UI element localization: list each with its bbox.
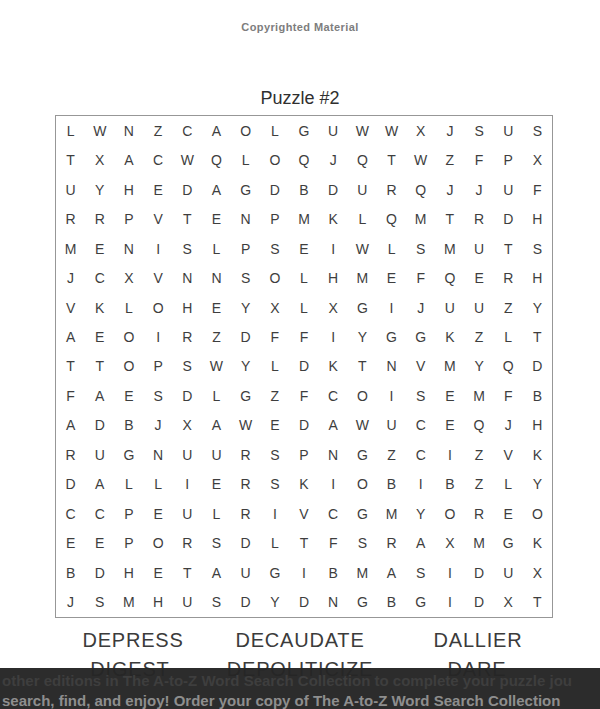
grid-cell: F <box>260 322 289 351</box>
grid-cell: M <box>348 558 377 587</box>
grid-cell: C <box>319 499 348 528</box>
grid-cell: R <box>56 440 85 469</box>
grid-cell: Z <box>144 116 173 145</box>
grid-cell: N <box>231 204 260 233</box>
grid-cell: J <box>494 411 523 440</box>
grid-cell: E <box>114 381 143 410</box>
grid-cell: L <box>494 470 523 499</box>
grid-cell: G <box>406 588 435 617</box>
grid-cell: A <box>114 145 143 174</box>
grid-cell: U <box>494 116 523 145</box>
grid-cell: T <box>173 204 202 233</box>
grid-cell: W <box>231 411 260 440</box>
grid-cell: F <box>523 175 552 204</box>
grid-cell: L <box>202 381 231 410</box>
grid-cell: H <box>319 263 348 292</box>
grid-cell: E <box>289 234 318 263</box>
grid-cell: L <box>289 263 318 292</box>
grid-cell: O <box>435 499 464 528</box>
grid-cell: S <box>231 263 260 292</box>
grid-cell: U <box>494 175 523 204</box>
grid-cell: L <box>231 145 260 174</box>
grid-cell: X <box>85 145 114 174</box>
grid-cell: M <box>464 529 493 558</box>
grid-cell: K <box>435 322 464 351</box>
grid-cell: J <box>464 175 493 204</box>
grid-cell: U <box>435 293 464 322</box>
grid-cell: R <box>377 175 406 204</box>
grid-cell: B <box>435 470 464 499</box>
grid-cell: X <box>114 263 143 292</box>
grid-cell: R <box>494 263 523 292</box>
grid-cell: D <box>289 411 318 440</box>
grid-cell: Q <box>348 145 377 174</box>
grid-cell: C <box>85 499 114 528</box>
grid-cell: Y <box>523 293 552 322</box>
grid-cell: N <box>144 440 173 469</box>
grid-cell: G <box>231 381 260 410</box>
grid-cell: O <box>144 529 173 558</box>
grid-cell: Q <box>377 204 406 233</box>
grid-cell: O <box>231 116 260 145</box>
grid-cell: W <box>85 116 114 145</box>
grid-cell: X <box>494 588 523 617</box>
grid-cell: Y <box>406 499 435 528</box>
grid-cell: C <box>85 263 114 292</box>
grid-cell: G <box>231 175 260 204</box>
grid-cell: E <box>85 322 114 351</box>
grid-cell: J <box>144 411 173 440</box>
grid-cell: K <box>319 204 348 233</box>
grid-cell: X <box>523 558 552 587</box>
grid-cell: I <box>144 322 173 351</box>
grid-cell: S <box>523 234 552 263</box>
grid-cell: U <box>494 558 523 587</box>
grid-cell: U <box>348 175 377 204</box>
grid-cell: J <box>56 263 85 292</box>
grid-cell: Y <box>85 175 114 204</box>
grid-cell: W <box>348 116 377 145</box>
grid-cell: T <box>523 588 552 617</box>
grid-cell: Q <box>435 263 464 292</box>
grid-cell: I <box>406 470 435 499</box>
grid-cell: E <box>464 263 493 292</box>
grid-cell: S <box>260 470 289 499</box>
grid-cell: N <box>202 263 231 292</box>
grid-cell: D <box>173 381 202 410</box>
grid-cell: I <box>319 470 348 499</box>
grid-cell: D <box>464 588 493 617</box>
grid-cell: U <box>56 175 85 204</box>
grid-cell: Q <box>464 411 493 440</box>
grid-cell: Q <box>494 352 523 381</box>
grid-cell: C <box>173 116 202 145</box>
grid-cell: A <box>202 558 231 587</box>
grid-cell: A <box>202 175 231 204</box>
grid-cell: B <box>523 381 552 410</box>
grid-cell: R <box>377 529 406 558</box>
grid-cell: E <box>144 499 173 528</box>
grid-cell: C <box>144 145 173 174</box>
grid-cell: B <box>319 558 348 587</box>
word-list-item: DALLIER <box>434 629 523 652</box>
grid-cell: S <box>173 234 202 263</box>
grid-cell: Y <box>523 470 552 499</box>
grid-cell: G <box>406 322 435 351</box>
grid-cell: T <box>289 529 318 558</box>
grid-cell: G <box>494 529 523 558</box>
grid-cell: O <box>260 263 289 292</box>
word-search-grid: LWNZCAOLGUWWXJSUSTXACWQLOQJQTWZFPXUYHEDA… <box>55 115 553 618</box>
grid-cell: O <box>348 381 377 410</box>
grid-cell: D <box>173 175 202 204</box>
grid-cell: A <box>85 470 114 499</box>
grid-cell: D <box>231 322 260 351</box>
grid-cell: U <box>85 440 114 469</box>
grid-cell: R <box>464 204 493 233</box>
grid-cell: I <box>435 588 464 617</box>
grid-cell: L <box>56 116 85 145</box>
grid-cell: H <box>523 204 552 233</box>
grid-cell: X <box>319 293 348 322</box>
grid-cell: Y <box>231 352 260 381</box>
grid-cell: C <box>56 499 85 528</box>
grid-cell: L <box>144 470 173 499</box>
grid-cell: U <box>464 293 493 322</box>
grid-cell: T <box>85 352 114 381</box>
grid-cell: S <box>144 381 173 410</box>
grid-cell: Q <box>406 175 435 204</box>
grid-cell: L <box>260 116 289 145</box>
grid-cell: D <box>260 175 289 204</box>
grid-cell: P <box>231 234 260 263</box>
grid-cell: S <box>406 381 435 410</box>
grid-cell: Y <box>464 352 493 381</box>
grid-cell: T <box>56 352 85 381</box>
grid-cell: U <box>231 558 260 587</box>
grid-cell: I <box>144 234 173 263</box>
grid-cell: H <box>144 588 173 617</box>
grid-cell: C <box>406 411 435 440</box>
grid-cell: R <box>231 499 260 528</box>
grid-cell: H <box>114 175 143 204</box>
grid-cell: S <box>464 116 493 145</box>
grid-cell: T <box>173 558 202 587</box>
grid-cell: O <box>348 470 377 499</box>
grid-cell: Z <box>464 470 493 499</box>
promo-banner: other editions in The A-to-Z Word Search… <box>0 668 600 709</box>
grid-cell: K <box>523 440 552 469</box>
grid-cell: F <box>494 381 523 410</box>
grid-cell: R <box>231 470 260 499</box>
grid-cell: V <box>289 499 318 528</box>
grid-cell: D <box>85 558 114 587</box>
grid-cell: M <box>406 204 435 233</box>
grid-cell: D <box>289 352 318 381</box>
grid-cell: Z <box>435 145 464 174</box>
grid-cell: N <box>377 352 406 381</box>
grid-cell: Z <box>260 381 289 410</box>
grid-cell: F <box>56 381 85 410</box>
grid-cell: X <box>523 145 552 174</box>
grid-cell: R <box>85 204 114 233</box>
grid-cell: A <box>85 381 114 410</box>
grid-cell: D <box>289 588 318 617</box>
grid-cell: O <box>114 322 143 351</box>
grid-cell: Y <box>260 588 289 617</box>
grid-cell: U <box>202 440 231 469</box>
grid-cell: L <box>289 293 318 322</box>
grid-cell: R <box>464 499 493 528</box>
grid-cell: Z <box>202 322 231 351</box>
grid-cell: L <box>202 234 231 263</box>
grid-cell: W <box>348 411 377 440</box>
grid-cell: P <box>114 499 143 528</box>
grid-cell: W <box>173 145 202 174</box>
grid-cell: G <box>289 116 318 145</box>
grid-cell: O <box>144 293 173 322</box>
grid-cell: I <box>435 440 464 469</box>
grid-cell: Z <box>464 322 493 351</box>
grid-cell: V <box>56 293 85 322</box>
grid-cell: E <box>85 234 114 263</box>
grid-cell: Y <box>231 293 260 322</box>
grid-cell: I <box>319 322 348 351</box>
grid-cell: E <box>494 499 523 528</box>
grid-cell: E <box>435 411 464 440</box>
grid-cell: G <box>114 440 143 469</box>
grid-cell: A <box>377 558 406 587</box>
grid-cell: P <box>114 529 143 558</box>
grid-cell: R <box>231 440 260 469</box>
grid-cell: I <box>260 499 289 528</box>
grid-cell: J <box>435 175 464 204</box>
grid-cell: M <box>114 588 143 617</box>
grid-cell: J <box>319 145 348 174</box>
grid-cell: M <box>348 263 377 292</box>
word-list-item: DECAUDATE <box>235 629 364 652</box>
grid-cell: G <box>260 558 289 587</box>
grid-cell: U <box>319 116 348 145</box>
grid-cell: B <box>377 588 406 617</box>
grid-cell: M <box>435 234 464 263</box>
grid-cell: P <box>144 352 173 381</box>
grid-cell: E <box>202 470 231 499</box>
grid-cell: L <box>377 234 406 263</box>
grid-cell: K <box>319 352 348 381</box>
grid-cell: O <box>523 499 552 528</box>
grid-cell: A <box>56 322 85 351</box>
grid-cell: A <box>202 411 231 440</box>
word-list-item: DEPRESS <box>82 629 183 652</box>
puzzle-title: Puzzle #2 <box>0 88 600 109</box>
grid-cell: N <box>319 588 348 617</box>
grid-cell: D <box>464 558 493 587</box>
grid-cell: I <box>377 293 406 322</box>
grid-cell: L <box>202 499 231 528</box>
grid-cell: Z <box>464 440 493 469</box>
grid-cell: L <box>348 204 377 233</box>
grid-cell: Q <box>289 145 318 174</box>
grid-cell: P <box>494 145 523 174</box>
grid-cell: G <box>348 293 377 322</box>
grid-cell: C <box>406 440 435 469</box>
grid-cell: D <box>231 529 260 558</box>
grid-cell: J <box>406 293 435 322</box>
grid-cell: S <box>260 234 289 263</box>
grid-cell: R <box>173 529 202 558</box>
grid-cell: A <box>202 116 231 145</box>
grid-cell: B <box>114 411 143 440</box>
grid-cell: T <box>523 322 552 351</box>
grid-cell: S <box>406 234 435 263</box>
grid-cell: S <box>523 116 552 145</box>
grid-cell: E <box>144 558 173 587</box>
grid-cell: H <box>173 293 202 322</box>
grid-cell: A <box>406 529 435 558</box>
grid-cell: B <box>377 470 406 499</box>
grid-cell: F <box>464 145 493 174</box>
grid-cell: D <box>494 204 523 233</box>
grid-cell: U <box>173 499 202 528</box>
grid-cell: M <box>56 234 85 263</box>
grid-cell: J <box>56 588 85 617</box>
grid-cell: A <box>56 411 85 440</box>
grid-cell: W <box>406 145 435 174</box>
grid-cell: L <box>114 470 143 499</box>
grid-cell: E <box>377 263 406 292</box>
grid-cell: U <box>173 588 202 617</box>
grid-cell: Y <box>348 322 377 351</box>
grid-cell: S <box>202 529 231 558</box>
grid-cell: T <box>494 234 523 263</box>
grid-cell: E <box>144 175 173 204</box>
grid-cell: H <box>523 263 552 292</box>
grid-cell: N <box>114 234 143 263</box>
grid-cell: E <box>260 411 289 440</box>
grid-cell: D <box>523 352 552 381</box>
grid-cell: D <box>56 470 85 499</box>
grid-cell: U <box>377 411 406 440</box>
grid-cell: Q <box>202 145 231 174</box>
grid-cell: X <box>173 411 202 440</box>
grid-cell: E <box>202 204 231 233</box>
grid-cell: M <box>435 352 464 381</box>
grid-cell: K <box>523 529 552 558</box>
grid-cell: A <box>319 411 348 440</box>
grid-cell: F <box>406 263 435 292</box>
grid-cell: L <box>114 293 143 322</box>
grid-cell: T <box>56 145 85 174</box>
grid-cell: Z <box>494 293 523 322</box>
grid-cell: T <box>377 145 406 174</box>
grid-cell: N <box>114 116 143 145</box>
grid-cell: E <box>56 529 85 558</box>
grid-cell: I <box>377 381 406 410</box>
grid-cell: I <box>173 470 202 499</box>
grid-cell: M <box>289 204 318 233</box>
grid-cell: P <box>260 204 289 233</box>
grid-cell: V <box>406 352 435 381</box>
grid-cell: V <box>494 440 523 469</box>
grid-cell: G <box>377 322 406 351</box>
grid-cell: G <box>348 440 377 469</box>
grid-cell: K <box>289 470 318 499</box>
grid-cell: T <box>348 352 377 381</box>
grid-cell: X <box>406 116 435 145</box>
grid-cell: E <box>202 293 231 322</box>
grid-cell: L <box>260 352 289 381</box>
grid-cell: I <box>319 234 348 263</box>
grid-cell: B <box>56 558 85 587</box>
grid-cell: F <box>289 322 318 351</box>
grid-cell: S <box>202 588 231 617</box>
grid-cell: E <box>85 529 114 558</box>
grid-cell: C <box>319 381 348 410</box>
grid-cell: S <box>406 558 435 587</box>
grid-cell: O <box>260 145 289 174</box>
grid-cell: W <box>348 234 377 263</box>
grid-cell: H <box>523 411 552 440</box>
grid-cell: Z <box>377 440 406 469</box>
grid-cell: N <box>173 263 202 292</box>
grid-cell: M <box>464 381 493 410</box>
grid-cell: N <box>319 440 348 469</box>
grid-cell: V <box>144 263 173 292</box>
grid-cell: I <box>435 558 464 587</box>
grid-cell: U <box>173 440 202 469</box>
grid-cell: W <box>377 116 406 145</box>
grid-cell: O <box>114 352 143 381</box>
grid-cell: D <box>231 588 260 617</box>
grid-cell: T <box>435 204 464 233</box>
grid-cell: L <box>260 529 289 558</box>
grid-cell: P <box>114 204 143 233</box>
grid-cell: D <box>85 411 114 440</box>
grid-cell: R <box>56 204 85 233</box>
grid-cell: X <box>260 293 289 322</box>
grid-cell: G <box>348 588 377 617</box>
grid-cell: W <box>202 352 231 381</box>
grid-cell: S <box>85 588 114 617</box>
promo-banner-line-1: other editions in The A-to-Z Word Search… <box>2 673 600 688</box>
grid-cell: K <box>85 293 114 322</box>
grid-cell: B <box>289 175 318 204</box>
grid-cell: U <box>464 234 493 263</box>
grid-cell: S <box>260 440 289 469</box>
grid-cell: X <box>435 529 464 558</box>
grid-cell: F <box>319 529 348 558</box>
grid-cell: H <box>114 558 143 587</box>
grid-cell: M <box>377 499 406 528</box>
grid-cell: V <box>144 204 173 233</box>
grid-cell: F <box>289 381 318 410</box>
grid-cell: S <box>348 529 377 558</box>
grid-cell: P <box>289 440 318 469</box>
promo-banner-line-2: search, find, and enjoy! Order your copy… <box>2 693 600 708</box>
grid-cell: G <box>348 499 377 528</box>
grid-cell: E <box>435 381 464 410</box>
copyright-notice: Copyrighted Material <box>0 21 600 33</box>
grid-cell: S <box>173 352 202 381</box>
grid-cell: I <box>289 558 318 587</box>
grid-cell: J <box>435 116 464 145</box>
grid-cell: R <box>173 322 202 351</box>
grid-cell: D <box>319 175 348 204</box>
grid-cell: L <box>494 322 523 351</box>
